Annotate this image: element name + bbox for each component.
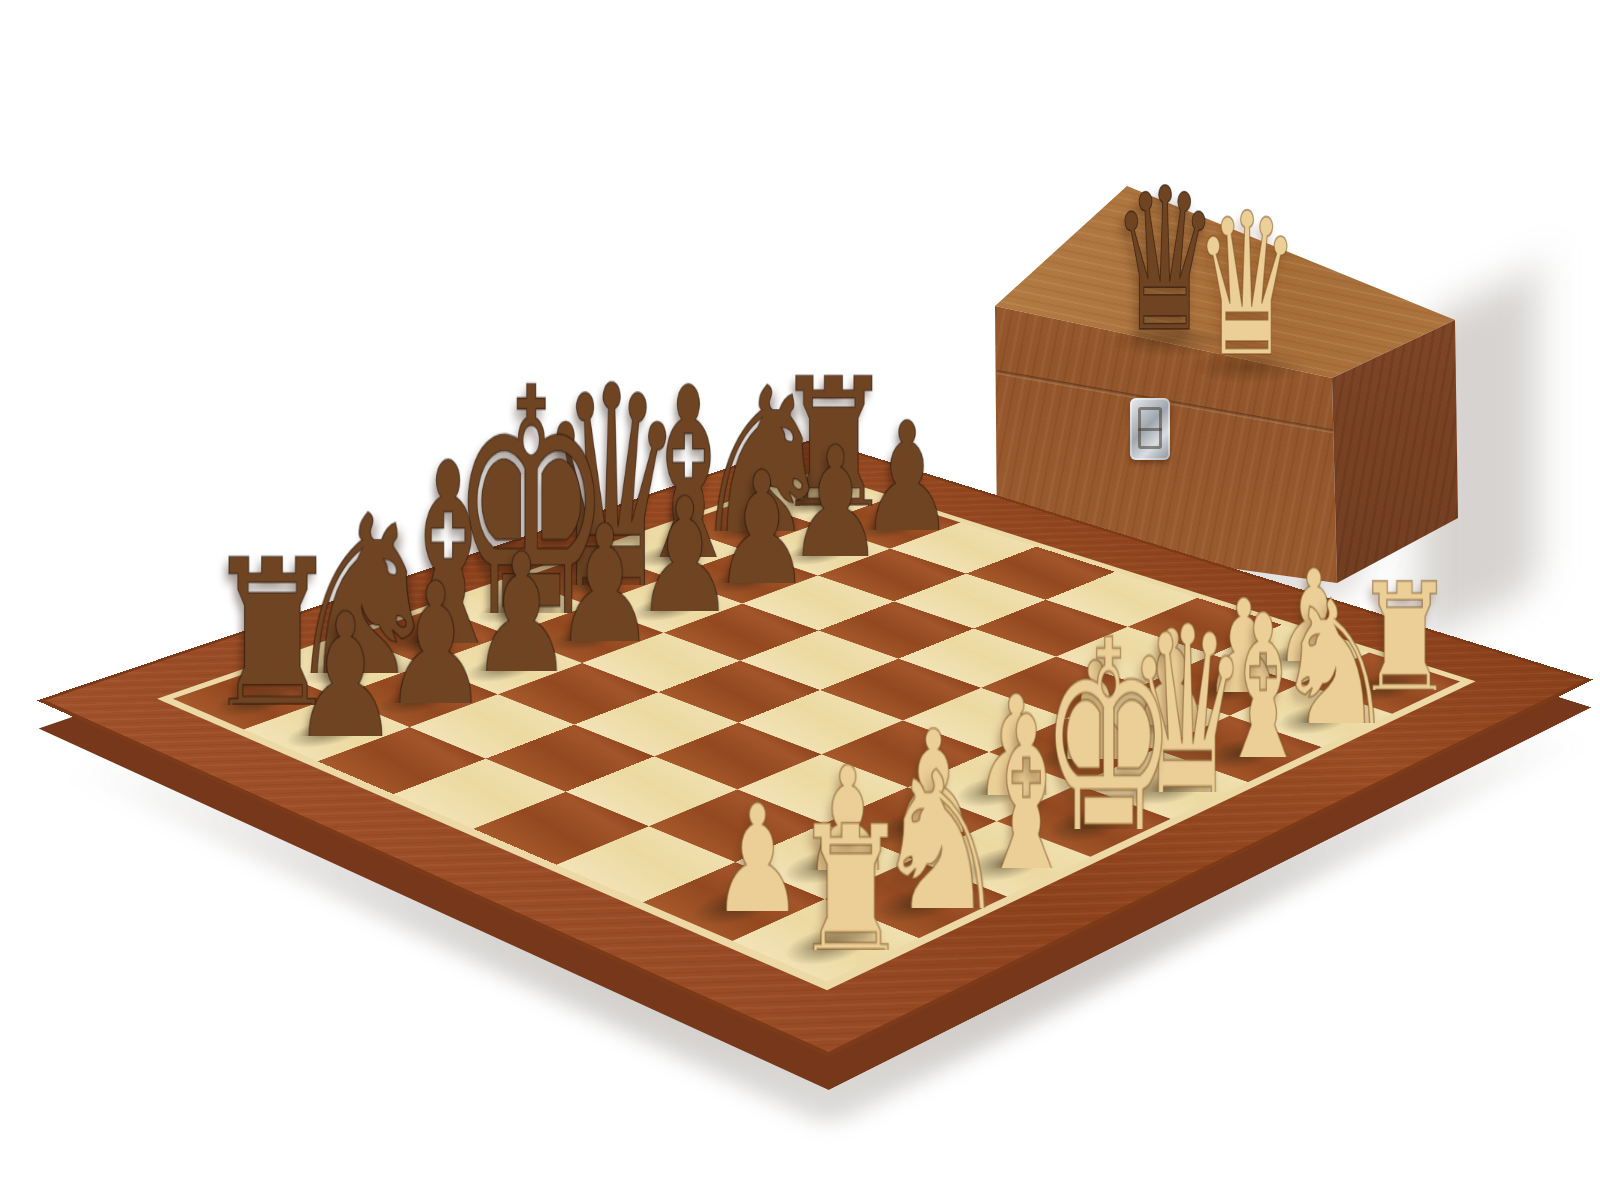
black-pawn-h7[interactable]: ♟: [186, 308, 505, 736]
board-scene: ♜♞♝♚♛♝♞♜♟♟♟♟♟♟♟♟♟♟♟♟♟♟♟♟♜♞♝♚♛♝♞♜: [0, 0, 1600, 1202]
square-h7[interactable]: ♟: [244, 696, 409, 761]
square-h1[interactable]: ♜: [733, 899, 919, 982]
chessboard[interactable]: ♜♞♝♚♛♝♞♜♟♟♟♟♟♟♟♟♟♟♟♟♟♟♟♟♜♞♝♚♛♝♞♜: [37, 439, 1593, 1057]
chess-set-photo: ♛ ♛ ♜♞♝♚♛♝♞♜♟♟♟♟♟♟♟♟♟♟♟♟♟♟♟♟♜♞♝♚♛♝♞♜: [0, 0, 1600, 1202]
board-maple-inlay: ♜♞♝♚♛♝♞♜♟♟♟♟♟♟♟♟♟♟♟♟♟♟♟♟♜♞♝♚♛♝♞♜: [157, 472, 1475, 990]
white-rook-h1[interactable]: ♜: [666, 489, 1034, 950]
